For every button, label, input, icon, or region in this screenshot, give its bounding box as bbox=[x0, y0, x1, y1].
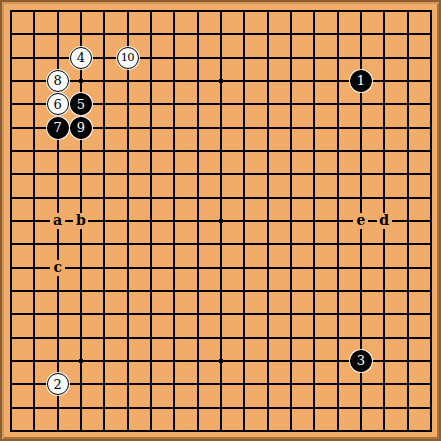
stone-number: 3 bbox=[357, 354, 365, 367]
point-label-d: d bbox=[377, 213, 392, 229]
stone-black-7: 7 bbox=[47, 117, 69, 139]
star-point bbox=[79, 359, 83, 363]
stone-white-2: 2 bbox=[47, 373, 69, 395]
stone-black-5: 5 bbox=[70, 93, 92, 115]
stone-black-9: 9 bbox=[70, 117, 92, 139]
stone-black-3: 3 bbox=[350, 350, 372, 372]
stone-number: 8 bbox=[54, 74, 62, 87]
stone-white-10: 10 bbox=[117, 47, 139, 69]
stone-white-6: 6 bbox=[47, 93, 69, 115]
go-board: abcde12345678910 bbox=[0, 0, 441, 441]
star-point bbox=[219, 219, 223, 223]
point-label-b: b bbox=[73, 213, 88, 229]
stone-number: 4 bbox=[77, 51, 85, 64]
stone-white-8: 8 bbox=[47, 70, 69, 92]
stone-number: 9 bbox=[77, 121, 85, 134]
stone-number: 6 bbox=[54, 98, 62, 111]
stone-number: 5 bbox=[77, 98, 85, 111]
stone-white-4: 4 bbox=[70, 47, 92, 69]
stone-number: 1 bbox=[357, 74, 365, 87]
point-label-c: c bbox=[50, 260, 65, 276]
stone-number: 7 bbox=[54, 121, 62, 134]
star-point bbox=[219, 79, 223, 83]
star-point bbox=[219, 359, 223, 363]
stone-black-1: 1 bbox=[350, 70, 372, 92]
go-diagram: abcde12345678910 bbox=[0, 0, 441, 441]
board-intersections: abcde12345678910 bbox=[0, 0, 441, 441]
point-label-e: e bbox=[353, 213, 368, 229]
stone-number: 10 bbox=[121, 52, 134, 64]
stone-number: 2 bbox=[54, 378, 62, 391]
star-point bbox=[79, 79, 83, 83]
point-label-a: a bbox=[50, 213, 65, 229]
